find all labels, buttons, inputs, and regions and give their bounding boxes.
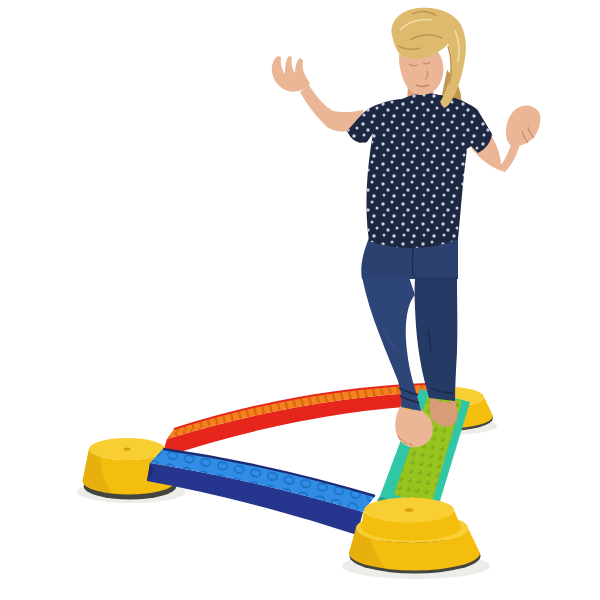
red-beam — [161, 384, 431, 458]
shirt-polka-dots — [347, 93, 492, 248]
bottom-stone — [349, 498, 481, 574]
jeans-back-leg — [415, 277, 458, 401]
right-hand — [506, 105, 540, 146]
left-hand — [272, 56, 310, 92]
girl — [272, 8, 541, 448]
bottom-stone-hole — [405, 508, 414, 512]
product-photo-canvas — [0, 0, 600, 600]
balance-beam-scene — [0, 0, 600, 600]
left-stone-hole — [123, 448, 130, 451]
